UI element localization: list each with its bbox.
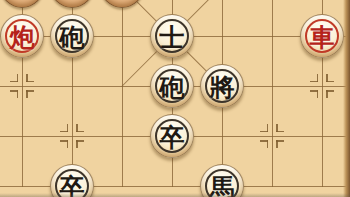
piece-glyph-red-cannon: 炮 — [1, 16, 43, 58]
piece-unknown-c0[interactable] — [50, 0, 94, 8]
piece-unknown-b0[interactable] — [0, 0, 44, 8]
piece-black-cannon-c1[interactable]: 砲 — [50, 14, 94, 58]
soldier-point-marker — [67, 124, 69, 132]
grid-line-file-d — [122, 0, 123, 187]
xiangqi-board: 炮砲士車砲將卒卒馬 — [0, 0, 350, 197]
soldier-point-marker — [267, 124, 269, 132]
piece-glyph-black-general: 將 — [201, 66, 243, 108]
soldier-point-marker — [76, 140, 78, 148]
piece-black-soldier-e3[interactable]: 卒 — [150, 114, 194, 158]
cannon-point-marker — [17, 90, 19, 98]
grid-line-file-g — [272, 0, 273, 187]
cannon-point-marker — [317, 74, 319, 82]
piece-black-advisor-e1[interactable]: 士 — [150, 14, 194, 58]
cannon-point-marker — [17, 74, 19, 82]
piece-unknown-d0[interactable] — [100, 0, 144, 8]
piece-glyph-black-soldier: 卒 — [151, 116, 193, 158]
piece-glyph-black-cannon: 砲 — [51, 16, 93, 58]
cannon-point-marker — [26, 74, 28, 82]
cannon-point-marker — [26, 90, 28, 98]
board-bottom-shadow — [0, 193, 350, 197]
soldier-point-marker — [76, 124, 78, 132]
cannon-point-marker — [326, 74, 328, 82]
piece-red-cannon-b1[interactable]: 炮 — [0, 14, 44, 58]
piece-glyph-red-chariot: 車 — [301, 16, 343, 58]
piece-glyph-black-advisor: 士 — [151, 16, 193, 58]
soldier-point-marker — [67, 140, 69, 148]
piece-black-general-f2[interactable]: 將 — [200, 64, 244, 108]
piece-glyph-black-cannon: 砲 — [151, 66, 193, 108]
cannon-point-marker — [317, 90, 319, 98]
soldier-point-marker — [276, 140, 278, 148]
cannon-point-marker — [326, 90, 328, 98]
board-right-edge — [343, 0, 350, 197]
piece-red-chariot-h1[interactable]: 車 — [300, 14, 344, 58]
piece-black-cannon-e2[interactable]: 砲 — [150, 64, 194, 108]
soldier-point-marker — [276, 124, 278, 132]
soldier-point-marker — [267, 140, 269, 148]
